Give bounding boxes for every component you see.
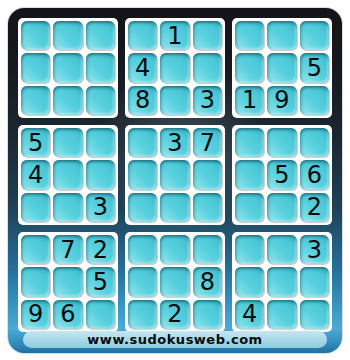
sudoku-cell-r6c8[interactable] [267, 193, 296, 222]
sudoku-cell-r7c4[interactable] [128, 235, 157, 264]
sudoku-cell-r8c8[interactable] [267, 267, 296, 296]
sudoku-cell-r8c3[interactable]: 5 [86, 267, 115, 296]
sudoku-cell-r4c4[interactable] [128, 128, 157, 157]
given-digit: 3 [200, 88, 215, 112]
sudoku-cell-r6c5[interactable] [160, 193, 189, 222]
sudoku-cell-r7c1[interactable] [21, 235, 50, 264]
sudoku-cell-r9c3[interactable] [86, 300, 115, 329]
sudoku-cell-r1c9[interactable] [300, 21, 329, 50]
sudoku-cell-r4c2[interactable] [53, 128, 82, 157]
sudoku-cell-r3c8[interactable]: 9 [267, 86, 296, 115]
sudoku-cell-r7c3[interactable]: 2 [86, 235, 115, 264]
sudoku-cell-r6c6[interactable] [193, 193, 222, 222]
sudoku-cell-r1c3[interactable] [86, 21, 115, 50]
given-digit: 3 [167, 131, 182, 155]
sudoku-cell-r3c2[interactable] [53, 86, 82, 115]
given-digit: 8 [200, 270, 215, 294]
sudoku-cell-r9c5[interactable]: 2 [160, 300, 189, 329]
sudoku-cell-r6c4[interactable] [128, 193, 157, 222]
given-digit: 4 [135, 56, 150, 80]
sudoku-cell-r7c2[interactable]: 7 [53, 235, 82, 264]
sudoku-cell-r3c1[interactable] [21, 86, 50, 115]
sudoku-cell-r5c5[interactable] [160, 160, 189, 189]
sudoku-cell-r8c9[interactable] [300, 267, 329, 296]
sudoku-cell-r7c7[interactable] [235, 235, 264, 264]
sudoku-cell-r2c2[interactable] [53, 53, 82, 82]
given-digit: 7 [200, 131, 215, 155]
board-frame: 148351954337562725968234 www.sudokusweb.… [8, 8, 342, 353]
sudoku-cell-r1c8[interactable] [267, 21, 296, 50]
sudoku-box-2: 1483 [125, 18, 225, 118]
sudoku-cell-r1c5[interactable]: 1 [160, 21, 189, 50]
sudoku-cell-r5c9[interactable]: 6 [300, 160, 329, 189]
given-digit: 7 [60, 238, 75, 262]
sudoku-cell-r3c4[interactable]: 8 [128, 86, 157, 115]
sudoku-page: 148351954337562725968234 www.sudokusweb.… [0, 0, 350, 360]
given-digit: 2 [93, 238, 108, 262]
given-digit: 1 [167, 24, 182, 48]
sudoku-cell-r5c4[interactable] [128, 160, 157, 189]
sudoku-box-4: 543 [18, 125, 118, 225]
given-digit: 3 [307, 238, 322, 262]
given-digit: 5 [28, 131, 43, 155]
sudoku-cell-r3c5[interactable] [160, 86, 189, 115]
sudoku-cell-r9c9[interactable] [300, 300, 329, 329]
given-digit: 5 [274, 163, 289, 187]
sudoku-cell-r2c6[interactable] [193, 53, 222, 82]
sudoku-cell-r5c7[interactable] [235, 160, 264, 189]
sudoku-cell-r5c6[interactable] [193, 160, 222, 189]
sudoku-cell-r3c7[interactable]: 1 [235, 86, 264, 115]
sudoku-cell-r7c9[interactable]: 3 [300, 235, 329, 264]
sudoku-cell-r4c8[interactable] [267, 128, 296, 157]
sudoku-cell-r5c2[interactable] [53, 160, 82, 189]
sudoku-cell-r8c1[interactable] [21, 267, 50, 296]
sudoku-box-7: 72596 [18, 232, 118, 332]
sudoku-cell-r8c4[interactable] [128, 267, 157, 296]
sudoku-cell-r9c4[interactable] [128, 300, 157, 329]
sudoku-box-8: 82 [125, 232, 225, 332]
sudoku-cell-r1c1[interactable] [21, 21, 50, 50]
sudoku-cell-r1c6[interactable] [193, 21, 222, 50]
sudoku-cell-r4c6[interactable]: 7 [193, 128, 222, 157]
sudoku-cell-r5c3[interactable] [86, 160, 115, 189]
given-digit: 9 [274, 88, 289, 112]
sudoku-cell-r4c1[interactable]: 5 [21, 128, 50, 157]
sudoku-cell-r6c2[interactable] [53, 193, 82, 222]
given-digit: 2 [167, 302, 182, 326]
sudoku-cell-r2c5[interactable] [160, 53, 189, 82]
sudoku-cell-r6c7[interactable] [235, 193, 264, 222]
sudoku-cell-r7c5[interactable] [160, 235, 189, 264]
sudoku-cell-r2c7[interactable] [235, 53, 264, 82]
sudoku-cell-r9c2[interactable]: 6 [53, 300, 82, 329]
sudoku-box-5: 37 [125, 125, 225, 225]
sudoku-cell-r4c3[interactable] [86, 128, 115, 157]
sudoku-cell-r3c6[interactable]: 3 [193, 86, 222, 115]
sudoku-cell-r9c6[interactable] [193, 300, 222, 329]
given-digit: 6 [307, 163, 322, 187]
sudoku-cell-r8c5[interactable] [160, 267, 189, 296]
sudoku-cell-r9c1[interactable]: 9 [21, 300, 50, 329]
sudoku-cell-r6c3[interactable]: 3 [86, 193, 115, 222]
sudoku-cell-r5c1[interactable]: 4 [21, 160, 50, 189]
sudoku-cell-r2c9[interactable]: 5 [300, 53, 329, 82]
sudoku-cell-r1c4[interactable] [128, 21, 157, 50]
sudoku-cell-r4c5[interactable]: 3 [160, 128, 189, 157]
sudoku-cell-r8c6[interactable]: 8 [193, 267, 222, 296]
sudoku-cell-r9c8[interactable] [267, 300, 296, 329]
sudoku-cell-r2c3[interactable] [86, 53, 115, 82]
sudoku-cell-r2c4[interactable]: 4 [128, 53, 157, 82]
given-digit: 4 [28, 163, 43, 187]
given-digit: 4 [242, 302, 257, 326]
sudoku-box-9: 34 [232, 232, 332, 332]
sudoku-cell-r8c7[interactable] [235, 267, 264, 296]
sudoku-cell-r2c8[interactable] [267, 53, 296, 82]
sudoku-cell-r7c8[interactable] [267, 235, 296, 264]
sudoku-cell-r9c7[interactable]: 4 [235, 300, 264, 329]
given-digit: 8 [135, 88, 150, 112]
sudoku-box-1 [18, 18, 118, 118]
given-digit: 2 [307, 195, 322, 219]
given-digit: 5 [307, 56, 322, 80]
given-digit: 6 [60, 302, 75, 326]
website-url: www.sudokusweb.com [87, 333, 262, 346]
given-digit: 3 [93, 195, 108, 219]
footer-band: www.sudokusweb.com [23, 331, 327, 348]
sudoku-cell-r1c2[interactable] [53, 21, 82, 50]
sudoku-cell-r3c9[interactable] [300, 86, 329, 115]
sudoku-box-6: 562 [232, 125, 332, 225]
sudoku-cell-r2c1[interactable] [21, 53, 50, 82]
sudoku-cell-r8c2[interactable] [53, 267, 82, 296]
given-digit: 9 [28, 302, 43, 326]
sudoku-board: 148351954337562725968234 [18, 18, 332, 332]
sudoku-cell-r6c1[interactable] [21, 193, 50, 222]
sudoku-cell-r5c8[interactable]: 5 [267, 160, 296, 189]
sudoku-cell-r7c6[interactable] [193, 235, 222, 264]
sudoku-cell-r6c9[interactable]: 2 [300, 193, 329, 222]
sudoku-cell-r1c7[interactable] [235, 21, 264, 50]
given-digit: 5 [93, 270, 108, 294]
given-digit: 1 [242, 88, 257, 112]
sudoku-box-3: 519 [232, 18, 332, 118]
sudoku-cell-r4c7[interactable] [235, 128, 264, 157]
sudoku-cell-r3c3[interactable] [86, 86, 115, 115]
sudoku-cell-r4c9[interactable] [300, 128, 329, 157]
